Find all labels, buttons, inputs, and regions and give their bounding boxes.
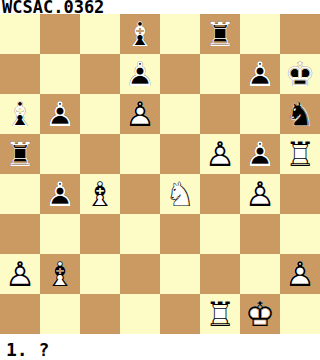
piece-black-pawn[interactable]: ♟♙ bbox=[240, 134, 280, 174]
square-g1[interactable]: ♚♔ bbox=[240, 294, 280, 334]
square-e1[interactable] bbox=[160, 294, 200, 334]
square-c1[interactable] bbox=[80, 294, 120, 334]
piece-white-rook[interactable]: ♜♖ bbox=[200, 294, 240, 334]
square-d8[interactable]: ♝♗ bbox=[120, 14, 160, 54]
square-a8[interactable] bbox=[0, 14, 40, 54]
square-c6[interactable] bbox=[80, 94, 120, 134]
piece-outline-layer: ♔ bbox=[240, 294, 280, 334]
square-d3[interactable] bbox=[120, 214, 160, 254]
piece-outline-layer: ♖ bbox=[200, 14, 240, 54]
piece-outline-layer: ♖ bbox=[0, 134, 40, 174]
square-b5[interactable] bbox=[40, 134, 80, 174]
piece-white-bishop[interactable]: ♝♗ bbox=[40, 254, 80, 294]
piece-outline-layer: ♙ bbox=[200, 134, 240, 174]
move-prompt: 1. ? bbox=[0, 334, 320, 360]
square-d5[interactable] bbox=[120, 134, 160, 174]
piece-white-pawn[interactable]: ♟♙ bbox=[240, 174, 280, 214]
square-a5[interactable]: ♜♖ bbox=[0, 134, 40, 174]
square-g6[interactable] bbox=[240, 94, 280, 134]
square-e3[interactable] bbox=[160, 214, 200, 254]
piece-outline-layer: ♗ bbox=[80, 174, 120, 214]
square-c5[interactable] bbox=[80, 134, 120, 174]
piece-black-pawn[interactable]: ♟♙ bbox=[40, 94, 80, 134]
piece-outline-layer: ♙ bbox=[120, 94, 160, 134]
square-e2[interactable] bbox=[160, 254, 200, 294]
piece-outline-layer: ♙ bbox=[240, 134, 280, 174]
piece-outline-layer: ♘ bbox=[160, 174, 200, 214]
square-a2[interactable]: ♟♙ bbox=[0, 254, 40, 294]
piece-outline-layer: ♙ bbox=[280, 254, 320, 294]
square-e4[interactable]: ♞♘ bbox=[160, 174, 200, 214]
piece-outline-layer: ♘ bbox=[280, 94, 320, 134]
square-e8[interactable] bbox=[160, 14, 200, 54]
chess-board: ♝♗♜♖♟♙♟♙♚♔♝♗♟♙♟♙♞♘♜♖♟♙♟♙♜♖♟♙♝♗♞♘♟♙♟♙♝♗♟♙… bbox=[0, 14, 320, 334]
piece-black-pawn[interactable]: ♟♙ bbox=[40, 174, 80, 214]
square-b1[interactable] bbox=[40, 294, 80, 334]
square-d4[interactable] bbox=[120, 174, 160, 214]
square-c7[interactable] bbox=[80, 54, 120, 94]
square-h4[interactable] bbox=[280, 174, 320, 214]
piece-black-knight[interactable]: ♞♘ bbox=[280, 94, 320, 134]
square-b3[interactable] bbox=[40, 214, 80, 254]
piece-white-pawn[interactable]: ♟♙ bbox=[120, 94, 160, 134]
square-b8[interactable] bbox=[40, 14, 80, 54]
square-d6[interactable]: ♟♙ bbox=[120, 94, 160, 134]
piece-outline-layer: ♙ bbox=[40, 94, 80, 134]
piece-white-pawn[interactable]: ♟♙ bbox=[0, 254, 40, 294]
square-h3[interactable] bbox=[280, 214, 320, 254]
piece-black-pawn[interactable]: ♟♙ bbox=[120, 54, 160, 94]
piece-outline-layer: ♗ bbox=[40, 254, 80, 294]
square-g2[interactable] bbox=[240, 254, 280, 294]
square-f1[interactable]: ♜♖ bbox=[200, 294, 240, 334]
square-f4[interactable] bbox=[200, 174, 240, 214]
square-f6[interactable] bbox=[200, 94, 240, 134]
square-a4[interactable] bbox=[0, 174, 40, 214]
piece-outline-layer: ♙ bbox=[240, 174, 280, 214]
square-e7[interactable] bbox=[160, 54, 200, 94]
square-f3[interactable] bbox=[200, 214, 240, 254]
square-g3[interactable] bbox=[240, 214, 280, 254]
piece-outline-layer: ♗ bbox=[120, 14, 160, 54]
square-e5[interactable] bbox=[160, 134, 200, 174]
square-g4[interactable]: ♟♙ bbox=[240, 174, 280, 214]
piece-black-bishop[interactable]: ♝♗ bbox=[120, 14, 160, 54]
square-g8[interactable] bbox=[240, 14, 280, 54]
square-f7[interactable] bbox=[200, 54, 240, 94]
piece-black-bishop[interactable]: ♝♗ bbox=[0, 94, 40, 134]
square-d1[interactable] bbox=[120, 294, 160, 334]
square-c4[interactable]: ♝♗ bbox=[80, 174, 120, 214]
square-f8[interactable]: ♜♖ bbox=[200, 14, 240, 54]
piece-outline-layer: ♙ bbox=[240, 54, 280, 94]
piece-black-pawn[interactable]: ♟♙ bbox=[240, 54, 280, 94]
square-a3[interactable] bbox=[0, 214, 40, 254]
piece-white-pawn[interactable]: ♟♙ bbox=[200, 134, 240, 174]
piece-white-pawn[interactable]: ♟♙ bbox=[280, 254, 320, 294]
piece-outline-layer: ♗ bbox=[0, 94, 40, 134]
square-h5[interactable]: ♜♖ bbox=[280, 134, 320, 174]
piece-outline-layer: ♖ bbox=[280, 134, 320, 174]
diagram-title: WCSAC.0362 bbox=[0, 0, 320, 14]
square-h6[interactable]: ♞♘ bbox=[280, 94, 320, 134]
piece-outline-layer: ♙ bbox=[120, 54, 160, 94]
square-h1[interactable] bbox=[280, 294, 320, 334]
square-c8[interactable] bbox=[80, 14, 120, 54]
piece-white-knight[interactable]: ♞♘ bbox=[160, 174, 200, 214]
square-h7[interactable]: ♚♔ bbox=[280, 54, 320, 94]
square-b7[interactable] bbox=[40, 54, 80, 94]
square-e6[interactable] bbox=[160, 94, 200, 134]
square-a7[interactable] bbox=[0, 54, 40, 94]
square-h8[interactable] bbox=[280, 14, 320, 54]
piece-white-rook[interactable]: ♜♖ bbox=[280, 134, 320, 174]
piece-outline-layer: ♙ bbox=[0, 254, 40, 294]
square-b2[interactable]: ♝♗ bbox=[40, 254, 80, 294]
piece-black-rook[interactable]: ♜♖ bbox=[200, 14, 240, 54]
square-b6[interactable]: ♟♙ bbox=[40, 94, 80, 134]
square-g7[interactable]: ♟♙ bbox=[240, 54, 280, 94]
piece-black-rook[interactable]: ♜♖ bbox=[0, 134, 40, 174]
piece-black-king[interactable]: ♚♔ bbox=[280, 54, 320, 94]
square-c2[interactable] bbox=[80, 254, 120, 294]
piece-white-king[interactable]: ♚♔ bbox=[240, 294, 280, 334]
square-a1[interactable] bbox=[0, 294, 40, 334]
square-f5[interactable]: ♟♙ bbox=[200, 134, 240, 174]
square-f2[interactable] bbox=[200, 254, 240, 294]
square-d7[interactable]: ♟♙ bbox=[120, 54, 160, 94]
square-a6[interactable]: ♝♗ bbox=[0, 94, 40, 134]
square-b4[interactable]: ♟♙ bbox=[40, 174, 80, 214]
piece-outline-layer: ♖ bbox=[200, 294, 240, 334]
square-g5[interactable]: ♟♙ bbox=[240, 134, 280, 174]
piece-outline-layer: ♙ bbox=[40, 174, 80, 214]
square-c3[interactable] bbox=[80, 214, 120, 254]
piece-outline-layer: ♔ bbox=[280, 54, 320, 94]
piece-white-bishop[interactable]: ♝♗ bbox=[80, 174, 120, 214]
square-h2[interactable]: ♟♙ bbox=[280, 254, 320, 294]
square-d2[interactable] bbox=[120, 254, 160, 294]
